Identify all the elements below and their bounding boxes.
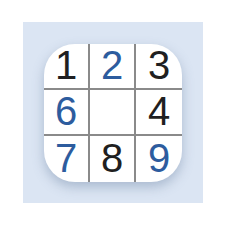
page-canvas: 1 2 3 6 4 7 8 9 [0,0,226,239]
sudoku-cell: 4 [136,90,182,136]
sudoku-cell: 7 [44,136,90,182]
sudoku-app-icon[interactable]: 1 2 3 6 4 7 8 9 [44,44,182,182]
sudoku-cell: 9 [136,136,182,182]
sudoku-cell: 8 [90,136,136,182]
sudoku-cell: 3 [136,44,182,90]
sudoku-cell: 2 [90,44,136,90]
sudoku-cell-empty [90,90,136,136]
app-icon-tile: 1 2 3 6 4 7 8 9 [23,22,203,203]
sudoku-cell: 1 [44,44,90,90]
sudoku-cell: 6 [44,90,90,136]
